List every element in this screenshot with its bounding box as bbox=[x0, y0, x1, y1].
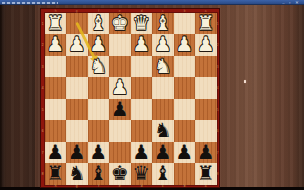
piece-white-P-b2[interactable]: ♟ bbox=[175, 34, 193, 56]
piece-black-K-e8[interactable]: ♚ bbox=[111, 163, 129, 185]
piece-white-P-g2[interactable]: ♟ bbox=[68, 34, 86, 56]
square-a3[interactable] bbox=[195, 56, 217, 78]
piece-white-R-a1[interactable]: ♜ bbox=[197, 13, 215, 35]
square-f1[interactable]: ♝ bbox=[88, 13, 110, 35]
piece-white-B-f1[interactable]: ♝ bbox=[89, 13, 107, 35]
square-h7[interactable]: ♟ bbox=[45, 142, 67, 164]
piece-black-Q-d8[interactable]: ♛ bbox=[132, 163, 150, 185]
square-h1[interactable]: ♜ bbox=[45, 13, 67, 35]
square-c3[interactable]: ♞ bbox=[152, 56, 174, 78]
square-a5[interactable] bbox=[195, 99, 217, 121]
square-f5[interactable] bbox=[88, 99, 110, 121]
square-c4[interactable] bbox=[152, 77, 174, 99]
square-b4[interactable] bbox=[174, 77, 196, 99]
square-f7[interactable]: ♟ bbox=[88, 142, 110, 164]
coordinate-label: 1 bbox=[216, 17, 218, 29]
square-c6[interactable]: ♞ bbox=[152, 120, 174, 142]
square-a1[interactable]: ♜ bbox=[195, 13, 217, 35]
coordinate-label: 6 bbox=[42, 125, 44, 137]
piece-black-P-d7[interactable]: ♟ bbox=[132, 142, 150, 164]
square-h8[interactable]: ♜ bbox=[45, 163, 67, 185]
square-h5[interactable] bbox=[45, 99, 67, 121]
square-h4[interactable] bbox=[45, 77, 67, 99]
square-d7[interactable]: ♟ bbox=[131, 142, 153, 164]
window-titlebar: – ▫ ✕ bbox=[0, 0, 304, 5]
piece-white-N-f3[interactable]: ♞ bbox=[89, 56, 107, 78]
coordinate-label: 5 bbox=[216, 103, 218, 115]
piece-black-R-a8[interactable]: ♜ bbox=[197, 163, 215, 185]
close-icon[interactable]: ✕ bbox=[295, 0, 298, 5]
square-h3[interactable] bbox=[45, 56, 67, 78]
square-e7[interactable] bbox=[109, 142, 131, 164]
square-d2[interactable]: ♟ bbox=[131, 34, 153, 56]
app-window: – ▫ ✕ hgfedcba hgfedcba 12345678 1234567… bbox=[0, 0, 304, 190]
piece-white-R-h1[interactable]: ♜ bbox=[46, 13, 64, 35]
piece-black-P-b7[interactable]: ♟ bbox=[175, 142, 193, 164]
square-b2[interactable]: ♟ bbox=[174, 34, 196, 56]
square-d1[interactable]: ♛ bbox=[131, 13, 153, 35]
chess-board: ♜♝♚♛♝♜♟♟♟♟♟♟♟♞♞♟♟♞♟♟♟♟♟♟♟♜♞♝♚♛♝♜ bbox=[45, 13, 217, 185]
square-g4[interactable] bbox=[66, 77, 88, 99]
coordinate-label: 4 bbox=[42, 82, 44, 94]
maximize-icon[interactable]: ▫ bbox=[289, 0, 290, 5]
square-g6[interactable] bbox=[66, 120, 88, 142]
square-a4[interactable] bbox=[195, 77, 217, 99]
square-c1[interactable]: ♝ bbox=[152, 13, 174, 35]
square-e1[interactable]: ♚ bbox=[109, 13, 131, 35]
square-h2[interactable]: ♟ bbox=[45, 34, 67, 56]
square-g8[interactable]: ♞ bbox=[66, 163, 88, 185]
coordinate-label: 2 bbox=[42, 39, 44, 51]
square-f8[interactable]: ♝ bbox=[88, 163, 110, 185]
coordinate-label: 7 bbox=[216, 146, 218, 158]
square-d6[interactable] bbox=[131, 120, 153, 142]
square-f2[interactable]: ♟ bbox=[88, 34, 110, 56]
square-f4[interactable] bbox=[88, 77, 110, 99]
piece-black-P-c7[interactable]: ♟ bbox=[154, 142, 172, 164]
square-b1[interactable] bbox=[174, 13, 196, 35]
square-a8[interactable]: ♜ bbox=[195, 163, 217, 185]
square-e2[interactable] bbox=[109, 34, 131, 56]
square-b8[interactable] bbox=[174, 163, 196, 185]
coordinate-label: 5 bbox=[42, 103, 44, 115]
square-e4[interactable]: ♟ bbox=[109, 77, 131, 99]
piece-white-P-d2[interactable]: ♟ bbox=[132, 34, 150, 56]
square-d3[interactable] bbox=[131, 56, 153, 78]
square-d5[interactable] bbox=[131, 99, 153, 121]
piece-white-P-c2[interactable]: ♟ bbox=[154, 34, 172, 56]
piece-white-N-c3[interactable]: ♞ bbox=[154, 56, 172, 78]
square-e6[interactable] bbox=[109, 120, 131, 142]
piece-black-B-f8[interactable]: ♝ bbox=[89, 163, 107, 185]
square-a7[interactable]: ♟ bbox=[195, 142, 217, 164]
piece-black-R-h8[interactable]: ♜ bbox=[46, 163, 64, 185]
board-frame: hgfedcba hgfedcba 12345678 12345678 ♜♝♚♛… bbox=[40, 8, 220, 188]
piece-white-P-e4[interactable]: ♟ bbox=[111, 77, 129, 99]
square-g1[interactable] bbox=[66, 13, 88, 35]
coordinate-label: 3 bbox=[216, 60, 218, 72]
coordinate-label: 8 bbox=[216, 168, 218, 180]
coordinate-label: 2 bbox=[216, 39, 218, 51]
square-h6[interactable] bbox=[45, 120, 67, 142]
coordinate-label: 4 bbox=[216, 82, 218, 94]
window-controls: – ▫ ✕ bbox=[282, 0, 299, 5]
square-g7[interactable]: ♟ bbox=[66, 142, 88, 164]
square-b7[interactable]: ♟ bbox=[174, 142, 196, 164]
coordinate-label: b bbox=[178, 10, 190, 12]
square-e8[interactable]: ♚ bbox=[109, 163, 131, 185]
square-d4[interactable] bbox=[131, 77, 153, 99]
coordinate-label: g bbox=[71, 10, 83, 12]
piece-white-K-e1[interactable]: ♚ bbox=[111, 13, 129, 35]
coordinate-label: 6 bbox=[216, 125, 218, 137]
piece-white-Q-d1[interactable]: ♛ bbox=[132, 13, 150, 35]
piece-black-N-c6[interactable]: ♞ bbox=[154, 120, 172, 142]
coordinate-label: 7 bbox=[42, 146, 44, 158]
coordinate-label: 1 bbox=[42, 17, 44, 29]
piece-white-P-a2[interactable]: ♟ bbox=[197, 34, 215, 56]
piece-white-P-h2[interactable]: ♟ bbox=[46, 34, 64, 56]
piece-black-P-f7[interactable]: ♟ bbox=[89, 142, 107, 164]
square-f3[interactable]: ♞ bbox=[88, 56, 110, 78]
coordinate-label: b bbox=[178, 184, 190, 186]
square-b5[interactable] bbox=[174, 99, 196, 121]
piece-black-P-g7[interactable]: ♟ bbox=[68, 142, 86, 164]
square-a2[interactable]: ♟ bbox=[195, 34, 217, 56]
square-c8[interactable]: ♝ bbox=[152, 163, 174, 185]
piece-black-P-e5[interactable]: ♟ bbox=[111, 99, 129, 121]
square-a6[interactable] bbox=[195, 120, 217, 142]
square-c7[interactable]: ♟ bbox=[152, 142, 174, 164]
coordinate-label: 8 bbox=[42, 168, 44, 180]
square-c2[interactable]: ♟ bbox=[152, 34, 174, 56]
mouse-cursor-dot bbox=[244, 80, 246, 83]
minimize-icon[interactable]: – bbox=[282, 0, 284, 5]
piece-black-B-c8[interactable]: ♝ bbox=[154, 163, 172, 185]
square-g5[interactable] bbox=[66, 99, 88, 121]
square-b6[interactable] bbox=[174, 120, 196, 142]
square-f6[interactable] bbox=[88, 120, 110, 142]
piece-black-P-a7[interactable]: ♟ bbox=[197, 142, 215, 164]
window-title-text bbox=[2, 2, 58, 4]
square-b3[interactable] bbox=[174, 56, 196, 78]
square-g3[interactable] bbox=[66, 56, 88, 78]
piece-white-B-c1[interactable]: ♝ bbox=[154, 13, 172, 35]
square-g2[interactable]: ♟ bbox=[66, 34, 88, 56]
square-e5[interactable]: ♟ bbox=[109, 99, 131, 121]
piece-black-N-g8[interactable]: ♞ bbox=[68, 163, 86, 185]
square-e3[interactable] bbox=[109, 56, 131, 78]
square-c5[interactable] bbox=[152, 99, 174, 121]
square-d8[interactable]: ♛ bbox=[131, 163, 153, 185]
coordinate-label: 3 bbox=[42, 60, 44, 72]
piece-white-P-f2[interactable]: ♟ bbox=[89, 34, 107, 56]
piece-black-P-h7[interactable]: ♟ bbox=[46, 142, 64, 164]
